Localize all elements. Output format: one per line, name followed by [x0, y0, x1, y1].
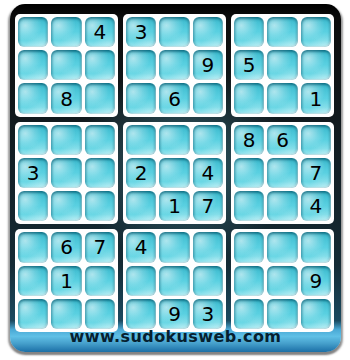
- cell-r4c6[interactable]: [193, 125, 223, 155]
- cell-r3c3[interactable]: [85, 83, 115, 113]
- cell-r3c8[interactable]: [267, 83, 297, 113]
- cell-r5c6[interactable]: 4: [193, 158, 223, 188]
- block-band3-stack3: 9: [231, 229, 334, 332]
- cell-r3c1[interactable]: [18, 83, 48, 113]
- cell-r8c6[interactable]: [193, 266, 223, 296]
- cell-r4c8[interactable]: 6: [267, 125, 297, 155]
- cell-r2c2[interactable]: [51, 50, 81, 80]
- cell-r4c5[interactable]: [159, 125, 189, 155]
- cell-r5c2[interactable]: [51, 158, 81, 188]
- cell-r7c7[interactable]: [234, 232, 264, 262]
- cell-r8c5[interactable]: [159, 266, 189, 296]
- block-band1-stack2: 396: [123, 14, 226, 117]
- cell-r3c5[interactable]: 6: [159, 83, 189, 113]
- cell-r8c1[interactable]: [18, 266, 48, 296]
- cell-r1c5[interactable]: [159, 17, 189, 47]
- cell-r5c5[interactable]: [159, 158, 189, 188]
- cell-r2c5[interactable]: [159, 50, 189, 80]
- cell-r5c7[interactable]: [234, 158, 264, 188]
- cell-r4c2[interactable]: [51, 125, 81, 155]
- cell-r4c9[interactable]: [301, 125, 331, 155]
- cell-r7c3[interactable]: 7: [85, 232, 115, 262]
- cell-r6c9[interactable]: 4: [301, 191, 331, 221]
- cell-r1c8[interactable]: [267, 17, 297, 47]
- cell-r7c8[interactable]: [267, 232, 297, 262]
- cell-r9c3[interactable]: [85, 299, 115, 329]
- cell-r2c8[interactable]: [267, 50, 297, 80]
- cell-r6c4[interactable]: [126, 191, 156, 221]
- cell-r3c7[interactable]: [234, 83, 264, 113]
- cell-r4c1[interactable]: [18, 125, 48, 155]
- block-band1-stack3: 51: [231, 14, 334, 117]
- cell-r3c4[interactable]: [126, 83, 156, 113]
- cell-r4c7[interactable]: 8: [234, 125, 264, 155]
- cell-r2c6[interactable]: 9: [193, 50, 223, 80]
- cell-r6c7[interactable]: [234, 191, 264, 221]
- block-band3-stack1: 671: [15, 229, 118, 332]
- cell-r8c8[interactable]: [267, 266, 297, 296]
- cell-r1c1[interactable]: [18, 17, 48, 47]
- cell-r4c3[interactable]: [85, 125, 115, 155]
- cell-r9c8[interactable]: [267, 299, 297, 329]
- cell-r3c2[interactable]: 8: [51, 83, 81, 113]
- block-band2-stack3: 8674: [231, 122, 334, 225]
- cell-r5c8[interactable]: [267, 158, 297, 188]
- cell-r7c1[interactable]: [18, 232, 48, 262]
- cell-r3c9[interactable]: 1: [301, 83, 331, 113]
- block-band2-stack2: 2417: [123, 122, 226, 225]
- cell-r8c7[interactable]: [234, 266, 264, 296]
- cell-r2c3[interactable]: [85, 50, 115, 80]
- cell-r9c1[interactable]: [18, 299, 48, 329]
- cell-r3c6[interactable]: [193, 83, 223, 113]
- cell-r6c8[interactable]: [267, 191, 297, 221]
- cell-r9c7[interactable]: [234, 299, 264, 329]
- cell-r6c1[interactable]: [18, 191, 48, 221]
- cell-r1c3[interactable]: 4: [85, 17, 115, 47]
- cell-r6c2[interactable]: [51, 191, 81, 221]
- sudoku-board: 48396513241786746714939: [15, 14, 334, 332]
- cell-r5c9[interactable]: 7: [301, 158, 331, 188]
- cell-r4c4[interactable]: [126, 125, 156, 155]
- cell-r7c6[interactable]: [193, 232, 223, 262]
- cell-r8c2[interactable]: 1: [51, 266, 81, 296]
- cell-r1c2[interactable]: [51, 17, 81, 47]
- cell-r2c4[interactable]: [126, 50, 156, 80]
- footer-url: www.sudokusweb.com: [10, 327, 341, 346]
- cell-r6c6[interactable]: 7: [193, 191, 223, 221]
- cell-r9c6[interactable]: 3: [193, 299, 223, 329]
- block-band2-stack1: 3: [15, 122, 118, 225]
- cell-r1c6[interactable]: [193, 17, 223, 47]
- cell-r8c4[interactable]: [126, 266, 156, 296]
- sudoku-page: 48396513241786746714939 www.sudokusweb.c…: [0, 0, 350, 360]
- cell-r6c5[interactable]: 1: [159, 191, 189, 221]
- cell-r7c4[interactable]: 4: [126, 232, 156, 262]
- cell-r6c3[interactable]: [85, 191, 115, 221]
- cell-r7c5[interactable]: [159, 232, 189, 262]
- cell-r8c9[interactable]: 9: [301, 266, 331, 296]
- cell-r5c4[interactable]: 2: [126, 158, 156, 188]
- block-band1-stack1: 48: [15, 14, 118, 117]
- cell-r1c7[interactable]: [234, 17, 264, 47]
- cell-r9c2[interactable]: [51, 299, 81, 329]
- cell-r9c9[interactable]: [301, 299, 331, 329]
- cell-r5c1[interactable]: 3: [18, 158, 48, 188]
- cell-r7c2[interactable]: 6: [51, 232, 81, 262]
- cell-r8c3[interactable]: [85, 266, 115, 296]
- cell-r9c5[interactable]: 9: [159, 299, 189, 329]
- cell-r1c9[interactable]: [301, 17, 331, 47]
- cell-r2c9[interactable]: [301, 50, 331, 80]
- cell-r9c4[interactable]: [126, 299, 156, 329]
- block-band3-stack2: 493: [123, 229, 226, 332]
- cell-r2c7[interactable]: 5: [234, 50, 264, 80]
- sudoku-board-frame: 48396513241786746714939 www.sudokusweb.c…: [10, 4, 341, 352]
- cell-r5c3[interactable]: [85, 158, 115, 188]
- cell-r2c1[interactable]: [18, 50, 48, 80]
- cell-r7c9[interactable]: [301, 232, 331, 262]
- cell-r1c4[interactable]: 3: [126, 17, 156, 47]
